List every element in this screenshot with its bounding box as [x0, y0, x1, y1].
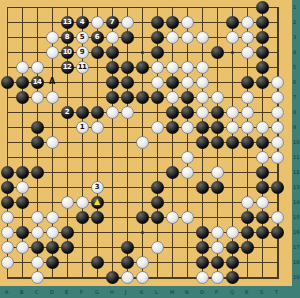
white-stone: [16, 181, 29, 194]
black-stone: [61, 226, 74, 239]
white-stone: [31, 61, 44, 74]
column-letter-label: T: [275, 289, 278, 295]
white-stone: 9: [76, 46, 89, 59]
white-stone: [1, 226, 14, 239]
column-coordinate-strip: ABCDEFGHJKLMNOPQRST: [0, 286, 292, 298]
column-letter-label: N: [185, 289, 189, 295]
black-stone: [256, 166, 269, 179]
black-stone: 13: [61, 16, 74, 29]
row-number-label: 8: [293, 109, 296, 115]
white-stone: 3: [91, 181, 104, 194]
row-number-label: 16: [293, 229, 299, 235]
black-stone: [241, 241, 254, 254]
black-stone: [136, 91, 149, 104]
column-letter-label: F: [80, 289, 83, 295]
column-letter-label: L: [155, 289, 158, 295]
column-letter-label: B: [20, 289, 23, 295]
white-stone: [46, 91, 59, 104]
white-stone: [196, 106, 209, 119]
white-stone: [241, 46, 254, 59]
white-stone: [226, 226, 239, 239]
black-stone: [31, 241, 44, 254]
white-stone: [166, 31, 179, 44]
black-stone: [16, 166, 29, 179]
white-stone: [91, 16, 104, 29]
white-stone: [166, 91, 179, 104]
white-stone: [196, 31, 209, 44]
column-letter-label: A: [5, 289, 8, 295]
black-stone: [151, 91, 164, 104]
row-number-label: 2: [293, 19, 296, 25]
black-stone: [106, 46, 119, 59]
go-app-window: 1347856109121114213▲ A 12345678910111213…: [0, 0, 300, 298]
black-stone: [166, 121, 179, 134]
point-label-A: A: [49, 77, 55, 86]
column-letter-label: S: [260, 289, 263, 295]
black-stone: [166, 106, 179, 119]
black-stone: [151, 196, 164, 209]
move-number-label: 12: [63, 60, 72, 73]
black-stone: [136, 211, 149, 224]
black-stone: [61, 241, 74, 254]
white-stone: [241, 16, 254, 29]
row-number-label: 17: [293, 244, 299, 250]
white-stone: [46, 211, 59, 224]
white-stone: [271, 91, 284, 104]
black-stone: [31, 166, 44, 179]
move-number-label: 10: [63, 45, 72, 58]
move-number-label: 5: [80, 30, 84, 43]
black-stone: [271, 226, 284, 239]
black-stone: [91, 256, 104, 269]
black-stone: 7: [106, 16, 119, 29]
white-stone: [1, 256, 14, 269]
black-stone: [211, 46, 224, 59]
white-stone: [196, 76, 209, 89]
black-stone: [256, 226, 269, 239]
black-stone: [226, 271, 239, 284]
black-stone: 12: [61, 61, 74, 74]
row-number-label: 7: [293, 94, 296, 100]
black-stone: [196, 256, 209, 269]
black-stone: [46, 241, 59, 254]
black-stone: [16, 76, 29, 89]
white-stone: [151, 76, 164, 89]
black-stone: [166, 76, 179, 89]
black-stone: [256, 181, 269, 194]
black-stone: [16, 91, 29, 104]
white-stone: [181, 166, 194, 179]
black-stone: [121, 91, 134, 104]
star-point: [231, 51, 234, 54]
white-stone: [136, 256, 149, 269]
black-stone: [151, 211, 164, 224]
white-stone: [211, 241, 224, 254]
row-number-label: 19: [293, 274, 299, 280]
black-stone: [226, 136, 239, 149]
move-number-label: 2: [65, 105, 69, 118]
white-stone: 11: [76, 61, 89, 74]
black-stone: [256, 31, 269, 44]
white-stone: [241, 31, 254, 44]
white-stone: [241, 106, 254, 119]
white-stone: [271, 211, 284, 224]
white-stone: [271, 136, 284, 149]
white-stone: [166, 61, 179, 74]
column-letter-label: Q: [230, 289, 234, 295]
black-stone: [256, 76, 269, 89]
black-stone: [256, 211, 269, 224]
black-stone: [31, 136, 44, 149]
column-letter-label: G: [95, 289, 99, 295]
white-stone: [31, 271, 44, 284]
move-number-label: 8: [65, 30, 69, 43]
white-stone: [46, 226, 59, 239]
black-stone: 6: [91, 31, 104, 44]
column-letter-label: C: [35, 289, 39, 295]
white-stone: [46, 46, 59, 59]
white-stone: [61, 196, 74, 209]
white-stone: [271, 121, 284, 134]
black-stone: [1, 181, 14, 194]
black-stone: [211, 181, 224, 194]
black-stone: [1, 196, 14, 209]
black-stone: [151, 181, 164, 194]
black-stone: 14: [31, 76, 44, 89]
move-number-label: 3: [95, 180, 99, 193]
row-number-label: 12: [293, 169, 299, 175]
black-stone: [196, 181, 209, 194]
black-stone: [241, 226, 254, 239]
white-stone: [181, 121, 194, 134]
move-number-label: 9: [80, 45, 84, 58]
row-number-label: 11: [293, 154, 299, 160]
row-number-label: 1: [293, 4, 296, 10]
black-stone: 2: [61, 106, 74, 119]
white-stone: [76, 196, 89, 209]
black-stone: [211, 256, 224, 269]
white-stone: [106, 31, 119, 44]
row-number-label: 15: [293, 214, 299, 220]
white-stone: [151, 61, 164, 74]
black-stone: [121, 256, 134, 269]
white-stone: [181, 31, 194, 44]
white-stone: [181, 76, 194, 89]
white-stone: [181, 211, 194, 224]
white-stone: [241, 196, 254, 209]
star-point: [141, 231, 144, 234]
black-stone: [16, 226, 29, 239]
black-stone: [91, 46, 104, 59]
row-coordinate-strip: 12345678910111213141516171819: [292, 0, 300, 298]
white-stone: [1, 211, 14, 224]
white-stone: 5: [76, 31, 89, 44]
column-letter-label: H: [110, 289, 114, 295]
white-stone: [211, 271, 224, 284]
black-stone: [166, 16, 179, 29]
white-stone: [196, 61, 209, 74]
black-stone: [46, 256, 59, 269]
white-stone: [46, 136, 59, 149]
black-stone: [121, 241, 134, 254]
white-stone: 1: [76, 121, 89, 134]
move-number-label: 7: [110, 15, 114, 28]
black-stone: [106, 61, 119, 74]
column-letter-label: R: [245, 289, 248, 295]
black-stone: [211, 121, 224, 134]
black-stone: [256, 136, 269, 149]
white-stone: [46, 31, 59, 44]
white-stone: [211, 91, 224, 104]
black-stone: [211, 106, 224, 119]
black-stone: [166, 166, 179, 179]
white-stone: [16, 61, 29, 74]
white-stone: [226, 121, 239, 134]
white-stone: [271, 151, 284, 164]
black-stone: [1, 166, 14, 179]
column-letter-label: M: [170, 289, 174, 295]
row-number-label: 10: [293, 139, 299, 145]
move-number-label: 6: [95, 30, 99, 43]
white-stone: [181, 61, 194, 74]
triangle-marker: ▲: [94, 195, 100, 208]
black-stone: [121, 76, 134, 89]
white-stone: [226, 31, 239, 44]
white-stone: [106, 106, 119, 119]
go-board[interactable]: 1347856109121114213▲ A: [0, 0, 292, 286]
white-stone: [136, 271, 149, 284]
black-stone: [31, 121, 44, 134]
black-stone: [196, 121, 209, 134]
black-stone: [1, 76, 14, 89]
move-number-label: 1: [80, 120, 84, 133]
black-stone: [256, 1, 269, 14]
black-stone: [76, 211, 89, 224]
black-stone: [16, 196, 29, 209]
black-stone: [76, 106, 89, 119]
row-number-label: 4: [293, 49, 296, 55]
black-stone: [151, 31, 164, 44]
white-stone: [1, 241, 14, 254]
black-stone: [241, 136, 254, 149]
white-stone: [166, 211, 179, 224]
black-stone: [241, 211, 254, 224]
row-number-label: 5: [293, 64, 296, 70]
black-stone: [256, 46, 269, 59]
column-letter-label: O: [200, 289, 204, 295]
white-stone: [226, 106, 239, 119]
white-stone: [136, 136, 149, 149]
black-stone: [271, 181, 284, 194]
row-number-label: 14: [293, 199, 299, 205]
white-stone: [256, 196, 269, 209]
white-stone: [241, 91, 254, 104]
black-stone: 4: [76, 16, 89, 29]
black-stone: [256, 61, 269, 74]
white-stone: [271, 76, 284, 89]
black-stone: [226, 16, 239, 29]
black-stone: [226, 256, 239, 269]
black-stone: [151, 46, 164, 59]
black-stone: [151, 16, 164, 29]
white-stone: [91, 121, 104, 134]
white-stone: [31, 91, 44, 104]
black-stone: ▲: [91, 196, 104, 209]
black-stone: [106, 91, 119, 104]
row-number-label: 18: [293, 259, 299, 265]
move-number-label: 14: [33, 75, 42, 88]
row-number-label: 3: [293, 34, 296, 40]
white-stone: [196, 271, 209, 284]
black-stone: [136, 61, 149, 74]
black-stone: [106, 76, 119, 89]
column-letter-label: P: [215, 289, 218, 295]
row-number-label: 13: [293, 184, 299, 190]
white-stone: [151, 241, 164, 254]
column-letter-label: K: [140, 289, 143, 295]
black-stone: [226, 241, 239, 254]
black-stone: [121, 61, 134, 74]
row-number-label: 6: [293, 79, 296, 85]
white-stone: [256, 121, 269, 134]
column-letter-label: J: [125, 289, 126, 295]
black-stone: 8: [61, 31, 74, 44]
white-stone: [256, 151, 269, 164]
black-stone: [196, 226, 209, 239]
white-stone: [181, 16, 194, 29]
black-stone: [181, 106, 194, 119]
star-point: [141, 51, 144, 54]
white-stone: [121, 271, 134, 284]
black-stone: [181, 91, 194, 104]
white-stone: [151, 121, 164, 134]
black-stone: [196, 241, 209, 254]
white-stone: [241, 121, 254, 134]
white-stone: [196, 91, 209, 104]
white-stone: [31, 226, 44, 239]
white-stone: [31, 211, 44, 224]
black-stone: [211, 136, 224, 149]
black-stone: [106, 271, 119, 284]
move-number-label: 11: [78, 60, 87, 73]
white-stone: [121, 16, 134, 29]
white-stone: [271, 106, 284, 119]
white-stone: [211, 166, 224, 179]
row-number-label: 9: [293, 124, 296, 130]
black-stone: [91, 106, 104, 119]
white-stone: [121, 106, 134, 119]
move-number-label: 4: [80, 15, 84, 28]
black-stone: 10: [61, 46, 74, 59]
black-stone: [121, 31, 134, 44]
white-stone: [16, 241, 29, 254]
column-letter-label: E: [65, 289, 68, 295]
column-letter-label: D: [50, 289, 54, 295]
move-number-label: 13: [63, 15, 72, 28]
black-stone: [196, 136, 209, 149]
black-stone: [241, 76, 254, 89]
white-stone: [31, 256, 44, 269]
black-stone: [256, 16, 269, 29]
black-stone: [91, 211, 104, 224]
white-stone: [181, 151, 194, 164]
white-stone: [211, 226, 224, 239]
